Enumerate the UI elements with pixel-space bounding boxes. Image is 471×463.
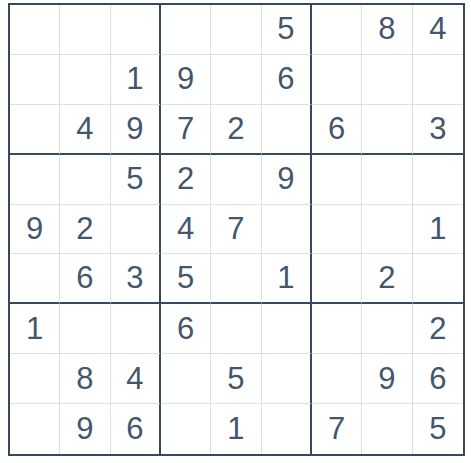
sudoku-cell-r1c3[interactable]: [111, 5, 161, 55]
sudoku-cell-r3c6[interactable]: [262, 105, 312, 155]
sudoku-cell-r1c9[interactable]: 4: [413, 5, 463, 55]
sudoku-cell-r7c8[interactable]: [362, 304, 412, 354]
sudoku-cell-r5c3[interactable]: [111, 205, 161, 255]
sudoku-cell-r3c8[interactable]: [362, 105, 412, 155]
sudoku-cell-r5c7[interactable]: [312, 205, 362, 255]
sudoku-board: 58419649726352992471635121628459696175: [8, 3, 465, 456]
sudoku-cell-r2c3[interactable]: 1: [111, 55, 161, 105]
sudoku-cell-r1c7[interactable]: [312, 5, 362, 55]
sudoku-cell-r5c2[interactable]: 2: [60, 205, 110, 255]
sudoku-cell-r7c5[interactable]: [211, 304, 261, 354]
sudoku-cell-r6c4[interactable]: 5: [161, 254, 211, 304]
sudoku-cell-r1c2[interactable]: [60, 5, 110, 55]
sudoku-cell-r6c2[interactable]: 6: [60, 254, 110, 304]
sudoku-cell-r7c7[interactable]: [312, 304, 362, 354]
sudoku-cell-r4c8[interactable]: [362, 155, 412, 205]
sudoku-cell-r1c4[interactable]: [161, 5, 211, 55]
sudoku-cell-r8c9[interactable]: 6: [413, 354, 463, 404]
sudoku-cell-r6c1[interactable]: [10, 254, 60, 304]
sudoku-cell-r3c2[interactable]: 4: [60, 105, 110, 155]
sudoku-cell-r9c2[interactable]: 9: [60, 404, 110, 454]
sudoku-cell-r5c8[interactable]: [362, 205, 412, 255]
sudoku-cell-r8c3[interactable]: 4: [111, 354, 161, 404]
sudoku-cell-r4c2[interactable]: [60, 155, 110, 205]
sudoku-cell-r2c6[interactable]: 6: [262, 55, 312, 105]
sudoku-cell-r5c5[interactable]: 7: [211, 205, 261, 255]
sudoku-cell-r8c2[interactable]: 8: [60, 354, 110, 404]
sudoku-cell-r5c6[interactable]: [262, 205, 312, 255]
sudoku-cell-r6c5[interactable]: [211, 254, 261, 304]
sudoku-cell-r2c8[interactable]: [362, 55, 412, 105]
sudoku-cell-r6c7[interactable]: [312, 254, 362, 304]
sudoku-cell-r1c6[interactable]: 5: [262, 5, 312, 55]
sudoku-cell-r3c1[interactable]: [10, 105, 60, 155]
sudoku-cell-r9c6[interactable]: [262, 404, 312, 454]
sudoku-cell-r4c7[interactable]: [312, 155, 362, 205]
sudoku-cell-r8c6[interactable]: [262, 354, 312, 404]
sudoku-cell-r7c9[interactable]: 2: [413, 304, 463, 354]
sudoku-cell-r2c7[interactable]: [312, 55, 362, 105]
sudoku-cell-r4c5[interactable]: [211, 155, 261, 205]
sudoku-cell-r6c9[interactable]: [413, 254, 463, 304]
sudoku-cell-r9c8[interactable]: [362, 404, 412, 454]
sudoku-cell-r6c8[interactable]: 2: [362, 254, 412, 304]
sudoku-cell-r8c8[interactable]: 9: [362, 354, 412, 404]
sudoku-cell-r4c6[interactable]: 9: [262, 155, 312, 205]
sudoku-cell-r8c7[interactable]: [312, 354, 362, 404]
sudoku-cell-r8c5[interactable]: 5: [211, 354, 261, 404]
sudoku-cell-r5c9[interactable]: 1: [413, 205, 463, 255]
sudoku-cell-r7c2[interactable]: [60, 304, 110, 354]
sudoku-cell-r1c8[interactable]: 8: [362, 5, 412, 55]
sudoku-cell-r9c9[interactable]: 5: [413, 404, 463, 454]
sudoku-cell-r4c4[interactable]: 2: [161, 155, 211, 205]
sudoku-cell-r9c5[interactable]: 1: [211, 404, 261, 454]
sudoku-cell-r7c6[interactable]: [262, 304, 312, 354]
sudoku-cell-r9c3[interactable]: 6: [111, 404, 161, 454]
sudoku-cell-r5c4[interactable]: 4: [161, 205, 211, 255]
sudoku-cell-r4c3[interactable]: 5: [111, 155, 161, 205]
sudoku-cell-r2c9[interactable]: [413, 55, 463, 105]
sudoku-cell-r6c6[interactable]: 1: [262, 254, 312, 304]
sudoku-cell-r3c5[interactable]: 2: [211, 105, 261, 155]
sudoku-cell-r8c4[interactable]: [161, 354, 211, 404]
sudoku-cell-r3c3[interactable]: 9: [111, 105, 161, 155]
sudoku-cell-r2c5[interactable]: [211, 55, 261, 105]
sudoku-cell-r4c1[interactable]: [10, 155, 60, 205]
sudoku-cell-r3c4[interactable]: 7: [161, 105, 211, 155]
sudoku-cell-r7c4[interactable]: 6: [161, 304, 211, 354]
sudoku-cell-r2c4[interactable]: 9: [161, 55, 211, 105]
sudoku-cell-r9c1[interactable]: [10, 404, 60, 454]
sudoku-cell-r1c1[interactable]: [10, 5, 60, 55]
sudoku-cell-r1c5[interactable]: [211, 5, 261, 55]
sudoku-cell-r5c1[interactable]: 9: [10, 205, 60, 255]
sudoku-cell-r2c2[interactable]: [60, 55, 110, 105]
sudoku-cell-r3c9[interactable]: 3: [413, 105, 463, 155]
sudoku-cell-r8c1[interactable]: [10, 354, 60, 404]
sudoku-cell-r3c7[interactable]: 6: [312, 105, 362, 155]
sudoku-cell-r7c1[interactable]: 1: [10, 304, 60, 354]
sudoku-cell-r4c9[interactable]: [413, 155, 463, 205]
sudoku-cell-r9c7[interactable]: 7: [312, 404, 362, 454]
sudoku-cell-r6c3[interactable]: 3: [111, 254, 161, 304]
sudoku-cell-r9c4[interactable]: [161, 404, 211, 454]
sudoku-cell-r2c1[interactable]: [10, 55, 60, 105]
sudoku-cell-r7c3[interactable]: [111, 304, 161, 354]
